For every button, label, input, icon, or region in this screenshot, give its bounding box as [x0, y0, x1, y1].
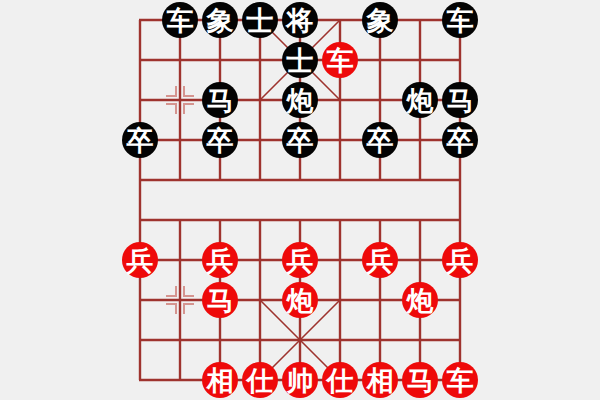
piece-black-soldier[interactable]: 卒: [282, 122, 318, 158]
position-marker: [184, 104, 194, 114]
piece-red-general[interactable]: 帅: [282, 362, 318, 398]
position-marker: [166, 86, 176, 96]
piece-black-cannon[interactable]: 炮: [402, 82, 438, 118]
piece-black-horse[interactable]: 马: [202, 82, 238, 118]
piece-black-horse[interactable]: 马: [442, 82, 478, 118]
piece-black-soldier[interactable]: 卒: [202, 122, 238, 158]
piece-red-cannon[interactable]: 炮: [282, 282, 318, 318]
piece-red-soldier[interactable]: 兵: [282, 242, 318, 278]
piece-red-soldier[interactable]: 兵: [362, 242, 398, 278]
piece-black-general[interactable]: 将: [282, 2, 318, 38]
piece-black-chariot[interactable]: 车: [162, 2, 198, 38]
position-marker: [184, 304, 194, 314]
piece-black-soldier[interactable]: 卒: [442, 122, 478, 158]
piece-black-elephant[interactable]: 象: [362, 2, 398, 38]
position-marker: [184, 86, 194, 96]
piece-red-chariot[interactable]: 车: [442, 362, 478, 398]
piece-red-horse[interactable]: 马: [202, 282, 238, 318]
piece-black-soldier[interactable]: 卒: [122, 122, 158, 158]
piece-black-soldier[interactable]: 卒: [362, 122, 398, 158]
piece-black-advisor[interactable]: 士: [282, 42, 318, 78]
piece-black-cannon[interactable]: 炮: [282, 82, 318, 118]
piece-red-cannon[interactable]: 炮: [402, 282, 438, 318]
piece-red-elephant[interactable]: 相: [202, 362, 238, 398]
piece-red-soldier[interactable]: 兵: [202, 242, 238, 278]
piece-red-chariot[interactable]: 车: [322, 42, 358, 78]
piece-red-elephant[interactable]: 相: [362, 362, 398, 398]
xiangqi-board[interactable]: 车象士将象车士车马炮炮马卒卒卒卒卒兵兵兵兵兵马炮炮相仕帅仕相马车: [0, 0, 600, 400]
piece-black-advisor[interactable]: 士: [242, 2, 278, 38]
piece-red-advisor[interactable]: 仕: [322, 362, 358, 398]
piece-red-advisor[interactable]: 仕: [242, 362, 278, 398]
position-marker: [166, 286, 176, 296]
piece-red-soldier[interactable]: 兵: [122, 242, 158, 278]
piece-red-soldier[interactable]: 兵: [442, 242, 478, 278]
position-marker: [184, 286, 194, 296]
position-marker: [166, 304, 176, 314]
piece-black-chariot[interactable]: 车: [442, 2, 478, 38]
piece-black-elephant[interactable]: 象: [202, 2, 238, 38]
piece-red-horse[interactable]: 马: [402, 362, 438, 398]
position-marker: [166, 104, 176, 114]
